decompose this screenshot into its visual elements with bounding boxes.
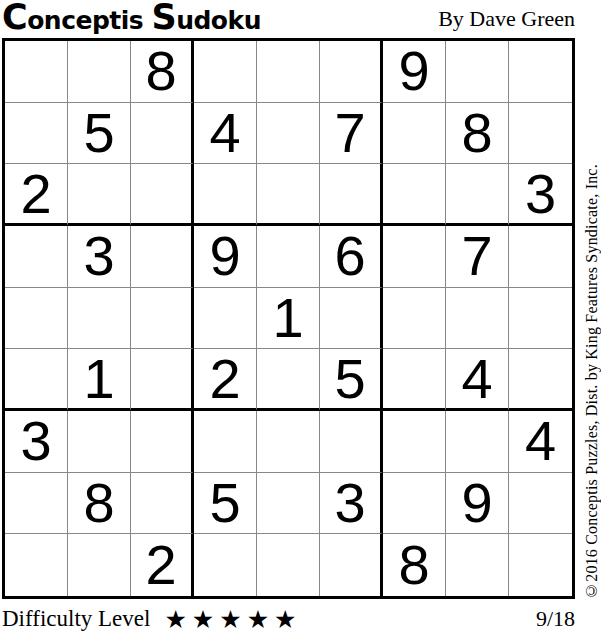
cell-r5c5-given-1[interactable]: 1 xyxy=(257,288,320,350)
cell-r3c4-empty[interactable] xyxy=(194,164,257,226)
cell-r4c1-empty[interactable] xyxy=(5,226,68,288)
cell-r2c2-given-5[interactable]: 5 xyxy=(68,103,131,165)
cell-r9c6-empty[interactable] xyxy=(320,534,383,596)
cell-r4c4-given-9[interactable]: 9 xyxy=(194,226,257,288)
cell-r6c1-empty[interactable] xyxy=(5,349,68,411)
cell-r3c1-given-2[interactable]: 2 xyxy=(5,164,68,226)
cell-r8c2-given-8[interactable]: 8 xyxy=(68,473,131,535)
cell-r7c1-given-3[interactable]: 3 xyxy=(5,411,68,473)
cell-r6c5-empty[interactable] xyxy=(257,349,320,411)
cell-r4c3-empty[interactable] xyxy=(131,226,194,288)
cell-r1c5-empty[interactable] xyxy=(257,41,320,103)
cell-r3c3-empty[interactable] xyxy=(131,164,194,226)
copyright-vertical-text: ©2016 Conceptis Puzzles, Dist. by King F… xyxy=(580,38,604,599)
cell-r3c5-empty[interactable] xyxy=(257,164,320,226)
cell-r1c6-empty[interactable] xyxy=(320,41,383,103)
cell-r6c4-given-2[interactable]: 2 xyxy=(194,349,257,411)
cell-r2c7-empty[interactable] xyxy=(383,103,446,165)
cell-r7c7-empty[interactable] xyxy=(383,411,446,473)
cell-r7c3-empty[interactable] xyxy=(131,411,194,473)
cell-r8c5-empty[interactable] xyxy=(257,473,320,535)
logo-word-sudoku: Sudoku xyxy=(151,0,261,35)
difficulty: Difficulty Level ★★★★★ xyxy=(2,606,301,632)
cell-r7c6-empty[interactable] xyxy=(320,411,383,473)
cell-r8c3-empty[interactable] xyxy=(131,473,194,535)
cell-r3c9-given-3[interactable]: 3 xyxy=(509,164,572,226)
cell-r6c7-empty[interactable] xyxy=(383,349,446,411)
cell-r8c7-empty[interactable] xyxy=(383,473,446,535)
cell-r2c3-empty[interactable] xyxy=(131,103,194,165)
byline: By Dave Green xyxy=(438,8,575,38)
footer: Difficulty Level ★★★★★ 9/18 xyxy=(2,601,575,637)
cell-r1c3-given-8[interactable]: 8 xyxy=(131,41,194,103)
cell-r1c4-empty[interactable] xyxy=(194,41,257,103)
cell-r2c9-empty[interactable] xyxy=(509,103,572,165)
cell-r5c8-empty[interactable] xyxy=(446,288,509,350)
cell-r9c7-given-8[interactable]: 8 xyxy=(383,534,446,596)
cell-r6c3-empty[interactable] xyxy=(131,349,194,411)
cell-r7c2-empty[interactable] xyxy=(68,411,131,473)
cell-r4c7-empty[interactable] xyxy=(383,226,446,288)
cell-r4c9-empty[interactable] xyxy=(509,226,572,288)
cell-r8c6-given-3[interactable]: 3 xyxy=(320,473,383,535)
cell-r3c2-empty[interactable] xyxy=(68,164,131,226)
cell-r7c4-empty[interactable] xyxy=(194,411,257,473)
cell-r3c8-empty[interactable] xyxy=(446,164,509,226)
cell-r4c8-given-7[interactable]: 7 xyxy=(446,226,509,288)
page-title: Conceptis Sudoku xyxy=(2,0,261,38)
cell-r1c9-empty[interactable] xyxy=(509,41,572,103)
cell-r6c2-given-1[interactable]: 1 xyxy=(68,349,131,411)
sudoku-grid: 8954782339671125434853928 xyxy=(2,38,575,599)
cell-r1c1-empty[interactable] xyxy=(5,41,68,103)
cell-r8c4-given-5[interactable]: 5 xyxy=(194,473,257,535)
cell-r8c1-empty[interactable] xyxy=(5,473,68,535)
cell-r6c6-given-5[interactable]: 5 xyxy=(320,349,383,411)
cell-r2c8-given-8[interactable]: 8 xyxy=(446,103,509,165)
cell-r5c9-empty[interactable] xyxy=(509,288,572,350)
cell-r5c7-empty[interactable] xyxy=(383,288,446,350)
cell-r9c3-given-2[interactable]: 2 xyxy=(131,534,194,596)
cell-r6c8-given-4[interactable]: 4 xyxy=(446,349,509,411)
cell-r5c3-empty[interactable] xyxy=(131,288,194,350)
cell-r5c1-empty[interactable] xyxy=(5,288,68,350)
cell-r5c6-empty[interactable] xyxy=(320,288,383,350)
cell-r9c2-empty[interactable] xyxy=(68,534,131,596)
cell-r4c2-given-3[interactable]: 3 xyxy=(68,226,131,288)
cell-r8c9-empty[interactable] xyxy=(509,473,572,535)
cell-r2c5-empty[interactable] xyxy=(257,103,320,165)
cell-r3c6-empty[interactable] xyxy=(320,164,383,226)
cell-r9c9-empty[interactable] xyxy=(509,534,572,596)
cell-r6c9-empty[interactable] xyxy=(509,349,572,411)
cell-r9c8-empty[interactable] xyxy=(446,534,509,596)
cell-r1c2-empty[interactable] xyxy=(68,41,131,103)
cell-r9c1-empty[interactable] xyxy=(5,534,68,596)
header: Conceptis Sudoku By Dave Green xyxy=(2,0,575,38)
cell-r7c9-given-4[interactable]: 4 xyxy=(509,411,572,473)
cell-r4c6-given-6[interactable]: 6 xyxy=(320,226,383,288)
logo-word-conceptis: Conceptis xyxy=(2,0,143,35)
cell-r1c7-given-9[interactable]: 9 xyxy=(383,41,446,103)
cell-r5c2-empty[interactable] xyxy=(68,288,131,350)
difficulty-label: Difficulty Level xyxy=(2,606,150,632)
cell-r7c5-empty[interactable] xyxy=(257,411,320,473)
cell-r9c5-empty[interactable] xyxy=(257,534,320,596)
cell-r2c1-empty[interactable] xyxy=(5,103,68,165)
cell-r5c4-empty[interactable] xyxy=(194,288,257,350)
difficulty-stars: ★★★★★ xyxy=(164,607,301,632)
cell-r1c8-empty[interactable] xyxy=(446,41,509,103)
cell-r3c7-empty[interactable] xyxy=(383,164,446,226)
cell-r8c8-given-9[interactable]: 9 xyxy=(446,473,509,535)
cell-r2c6-given-7[interactable]: 7 xyxy=(320,103,383,165)
cell-r7c8-empty[interactable] xyxy=(446,411,509,473)
cell-r9c4-empty[interactable] xyxy=(194,534,257,596)
cell-r2c4-given-4[interactable]: 4 xyxy=(194,103,257,165)
cell-r4c5-empty[interactable] xyxy=(257,226,320,288)
puzzle-date: 9/18 xyxy=(536,606,575,632)
